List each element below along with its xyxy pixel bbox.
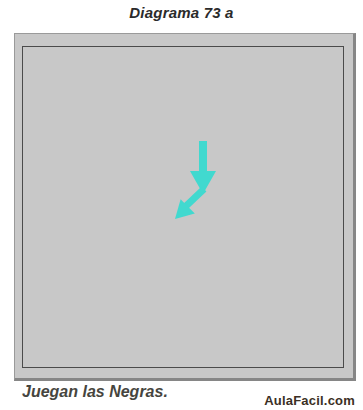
board [22,46,344,368]
diagram-page: Diagrama 73 a Juegan las Negras. AulaFac… [0,0,363,410]
watermark: AulaFacil.com [264,393,355,408]
board-grid [23,47,343,367]
board-frame [14,33,356,381]
diagram-title: Diagrama 73 a [0,4,363,21]
side-to-move-caption: Juegan las Negras. [22,383,168,401]
